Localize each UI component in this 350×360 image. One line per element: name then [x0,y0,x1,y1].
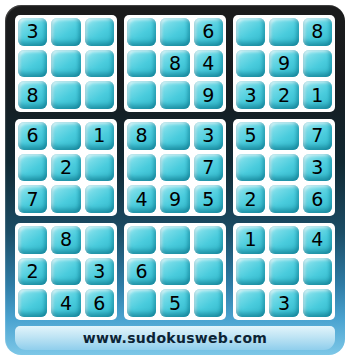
cell-r7c9[interactable]: 4 [303,226,332,254]
cell-r6c2[interactable] [51,185,80,213]
cell-r5c4[interactable] [127,154,156,182]
cell-r3c3[interactable] [85,81,114,109]
cell-r7c8[interactable] [269,226,298,254]
cell-r8c4[interactable]: 6 [127,258,156,286]
cell-r6c6[interactable]: 5 [194,185,223,213]
box-3-2: 65 [124,223,226,320]
cell-r7c5[interactable] [160,226,189,254]
cell-r1c8[interactable] [269,18,298,46]
cell-r5c7[interactable] [236,154,265,182]
cell-r1c6[interactable]: 6 [194,18,223,46]
cell-r5c8[interactable] [269,154,298,182]
cell-r5c5[interactable] [160,154,189,182]
cell-r4c9[interactable]: 7 [303,122,332,150]
cell-r1c2[interactable] [51,18,80,46]
footer-bar: www.sudokusweb.com [15,326,335,350]
cell-r2c8[interactable]: 9 [269,50,298,78]
cell-r4c4[interactable]: 8 [127,122,156,150]
cell-r3c2[interactable] [51,81,80,109]
cell-r9c1[interactable] [18,289,47,317]
cell-r5c3[interactable] [85,154,114,182]
cell-r6c1[interactable]: 7 [18,185,47,213]
cell-r4c6[interactable]: 3 [194,122,223,150]
cell-r4c5[interactable] [160,122,189,150]
box-1-2: 6849 [124,15,226,112]
cell-r2c2[interactable] [51,50,80,78]
cell-r4c3[interactable]: 1 [85,122,114,150]
cell-r6c5[interactable]: 9 [160,185,189,213]
box-3-1: 82346 [15,223,117,320]
sudoku-frame: 386849893216127837495573268234665143 www… [5,5,345,355]
box-1-1: 38 [15,15,117,112]
cell-r3c7[interactable]: 3 [236,81,265,109]
cell-r9c8[interactable]: 3 [269,289,298,317]
cell-r4c2[interactable] [51,122,80,150]
cell-r8c6[interactable] [194,258,223,286]
cell-r1c3[interactable] [85,18,114,46]
cell-r7c2[interactable]: 8 [51,226,80,254]
cell-r3c1[interactable]: 8 [18,81,47,109]
cell-r5c1[interactable] [18,154,47,182]
box-2-1: 6127 [15,119,117,216]
cell-r4c8[interactable] [269,122,298,150]
cell-r6c7[interactable]: 2 [236,185,265,213]
cell-r2c7[interactable] [236,50,265,78]
cell-r8c8[interactable] [269,258,298,286]
box-1-3: 89321 [233,15,335,112]
cell-r2c9[interactable] [303,50,332,78]
cell-r3c6[interactable]: 9 [194,81,223,109]
box-3-3: 143 [233,223,335,320]
cell-r7c7[interactable]: 1 [236,226,265,254]
cell-r9c7[interactable] [236,289,265,317]
cell-r1c9[interactable]: 8 [303,18,332,46]
cell-r9c2[interactable]: 4 [51,289,80,317]
cell-r2c4[interactable] [127,50,156,78]
cell-r8c9[interactable] [303,258,332,286]
cell-r3c9[interactable]: 1 [303,81,332,109]
box-2-3: 57326 [233,119,335,216]
cell-r7c6[interactable] [194,226,223,254]
cell-r8c7[interactable] [236,258,265,286]
sudoku-board: 386849893216127837495573268234665143 [15,15,335,320]
cell-r2c1[interactable] [18,50,47,78]
site-url: www.sudokusweb.com [83,330,267,346]
cell-r5c9[interactable]: 3 [303,154,332,182]
cell-r1c4[interactable] [127,18,156,46]
cell-r6c9[interactable]: 6 [303,185,332,213]
cell-r9c6[interactable] [194,289,223,317]
cell-r1c1[interactable]: 3 [18,18,47,46]
cell-r9c3[interactable]: 6 [85,289,114,317]
cell-r2c3[interactable] [85,50,114,78]
cell-r8c2[interactable] [51,258,80,286]
cell-r9c5[interactable]: 5 [160,289,189,317]
cell-r8c1[interactable]: 2 [18,258,47,286]
cell-r6c8[interactable] [269,185,298,213]
cell-r2c5[interactable]: 8 [160,50,189,78]
cell-r7c1[interactable] [18,226,47,254]
cell-r1c5[interactable] [160,18,189,46]
cell-r9c9[interactable] [303,289,332,317]
cell-r7c4[interactable] [127,226,156,254]
cell-r6c3[interactable] [85,185,114,213]
cell-r5c2[interactable]: 2 [51,154,80,182]
cell-r1c7[interactable] [236,18,265,46]
cell-r3c5[interactable] [160,81,189,109]
cell-r3c4[interactable] [127,81,156,109]
cell-r4c7[interactable]: 5 [236,122,265,150]
cell-r7c3[interactable] [85,226,114,254]
cell-r2c6[interactable]: 4 [194,50,223,78]
box-2-2: 837495 [124,119,226,216]
cell-r8c3[interactable]: 3 [85,258,114,286]
cell-r9c4[interactable] [127,289,156,317]
cell-r6c4[interactable]: 4 [127,185,156,213]
cell-r8c5[interactable] [160,258,189,286]
cell-r3c8[interactable]: 2 [269,81,298,109]
cell-r5c6[interactable]: 7 [194,154,223,182]
cell-r4c1[interactable]: 6 [18,122,47,150]
